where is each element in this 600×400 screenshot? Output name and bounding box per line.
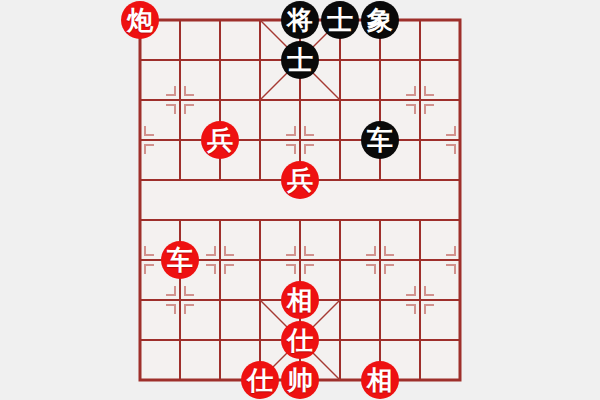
piece-red-pawn[interactable]: 兵 bbox=[201, 121, 239, 159]
xiangqi-board: 炮将士象士兵车兵车相仕仕帅相 bbox=[0, 0, 600, 400]
piece-red-elephant[interactable]: 相 bbox=[281, 281, 319, 319]
piece-red-chariot[interactable]: 车 bbox=[161, 241, 199, 279]
piece-red-advisor[interactable]: 仕 bbox=[241, 361, 279, 399]
piece-black-elephant[interactable]: 象 bbox=[361, 1, 399, 39]
pieces-layer: 炮将士象士兵车兵车相仕仕帅相 bbox=[120, 0, 480, 400]
piece-black-advisor[interactable]: 士 bbox=[321, 1, 359, 39]
piece-red-king[interactable]: 帅 bbox=[281, 361, 319, 399]
piece-red-advisor[interactable]: 仕 bbox=[281, 321, 319, 359]
piece-red-cannon[interactable]: 炮 bbox=[121, 1, 159, 39]
piece-black-advisor[interactable]: 士 bbox=[281, 41, 319, 79]
piece-red-pawn[interactable]: 兵 bbox=[281, 161, 319, 199]
piece-red-elephant[interactable]: 相 bbox=[361, 361, 399, 399]
piece-black-general[interactable]: 将 bbox=[281, 1, 319, 39]
piece-black-chariot[interactable]: 车 bbox=[361, 121, 399, 159]
